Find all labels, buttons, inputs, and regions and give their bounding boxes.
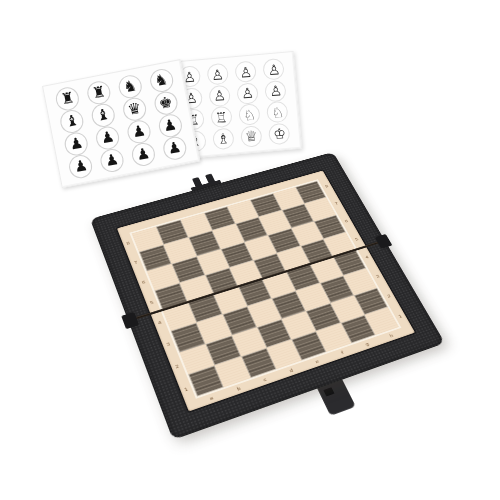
white-queen-sticker: ♕: [236, 124, 266, 148]
latch-slot: [323, 387, 334, 396]
black-pawn-sticker: ♟: [157, 134, 193, 163]
sticker-disc: ♙: [264, 80, 287, 103]
white-knight-icon: ♘: [271, 105, 285, 120]
sticker-disc: ♖: [210, 106, 233, 129]
white-pawn-icon: ♙: [269, 83, 283, 98]
black-bishop-icon: ♝: [64, 113, 80, 130]
white-pawn-icon: ♙: [241, 86, 255, 101]
black-bishop-icon: ♝: [95, 107, 111, 124]
sticker-disc: ♟: [130, 141, 157, 168]
white-pawn-icon: ♙: [267, 62, 281, 77]
scene: ♜♜♞♞♝♝♛♚♟♟♟♟♟♟♟♟ ♙♙♙♙♙♙♙♙♖♖♘♘♗♗♕♔ abcdef…: [0, 0, 500, 500]
black-pawn-icon: ♟: [162, 117, 178, 134]
sticker-disc: ♗: [212, 127, 235, 150]
white-king-icon: ♔: [273, 126, 287, 141]
black-pawn-icon: ♟: [131, 123, 147, 140]
white-bishop-sticker: ♗: [208, 127, 238, 151]
sticker-disc: ♙: [263, 58, 286, 81]
white-pawn-sticker: ♙: [205, 84, 235, 108]
white-pawn-icon: ♙: [239, 64, 253, 79]
sticker-sheet-black-pieces: ♜♜♞♞♝♝♛♚♟♟♟♟♟♟♟♟: [42, 59, 200, 188]
black-pawn-sticker: ♟: [94, 146, 130, 175]
folding-chessboard: abcdefgh 87654321 87654321: [90, 152, 445, 440]
white-pawn-sticker: ♙: [231, 60, 261, 84]
white-knight-sticker: ♘: [263, 100, 293, 124]
sticker-disc: ♙: [208, 84, 231, 107]
black-pawn-sticker: ♟: [63, 152, 99, 181]
sticker-disc: ♟: [161, 135, 188, 162]
black-queen-icon: ♛: [126, 101, 142, 118]
sticker-disc: ♕: [240, 125, 263, 148]
black-pawn-icon: ♟: [135, 146, 151, 163]
black-pawn-sticker: ♟: [126, 140, 162, 169]
white-knight-sticker: ♘: [235, 103, 265, 127]
black-pawn-icon: ♟: [69, 135, 85, 152]
white-rook-icon: ♖: [215, 110, 229, 125]
white-bishop-icon: ♗: [216, 131, 230, 146]
black-king-icon: ♚: [158, 95, 174, 112]
black-knight-icon: ♞: [122, 78, 138, 95]
white-pawn-sticker: ♙: [259, 58, 289, 82]
black-pawn-icon: ♟: [104, 152, 120, 169]
white-knight-icon: ♘: [243, 107, 257, 122]
black-pawn-icon: ♟: [166, 140, 182, 157]
white-king-sticker: ♔: [265, 122, 295, 146]
white-pawn-sticker: ♙: [261, 79, 291, 103]
sticker-disc: ♔: [268, 122, 291, 145]
white-pawn-sticker: ♙: [233, 81, 263, 105]
sticker-disc: ♟: [99, 147, 126, 174]
white-queen-icon: ♕: [245, 129, 259, 144]
sticker-disc: ♟: [67, 153, 94, 180]
sticker-disc: ♘: [266, 101, 289, 124]
black-pawn-icon: ♟: [100, 129, 116, 146]
black-rook-icon: ♜: [91, 84, 107, 101]
white-pawn-icon: ♙: [211, 67, 225, 82]
black-pawn-icon: ♟: [73, 158, 89, 175]
white-pawn-sticker: ♙: [203, 62, 233, 86]
sticker-disc: ♙: [236, 82, 259, 105]
black-rook-icon: ♜: [60, 90, 76, 107]
sticker-disc: ♘: [238, 103, 261, 126]
white-pawn-icon: ♙: [213, 88, 227, 103]
sticker-disc: ♙: [206, 63, 229, 86]
black-knight-icon: ♞: [153, 72, 169, 89]
sticker-disc: ♙: [234, 61, 257, 84]
white-rook-sticker: ♖: [206, 105, 236, 129]
